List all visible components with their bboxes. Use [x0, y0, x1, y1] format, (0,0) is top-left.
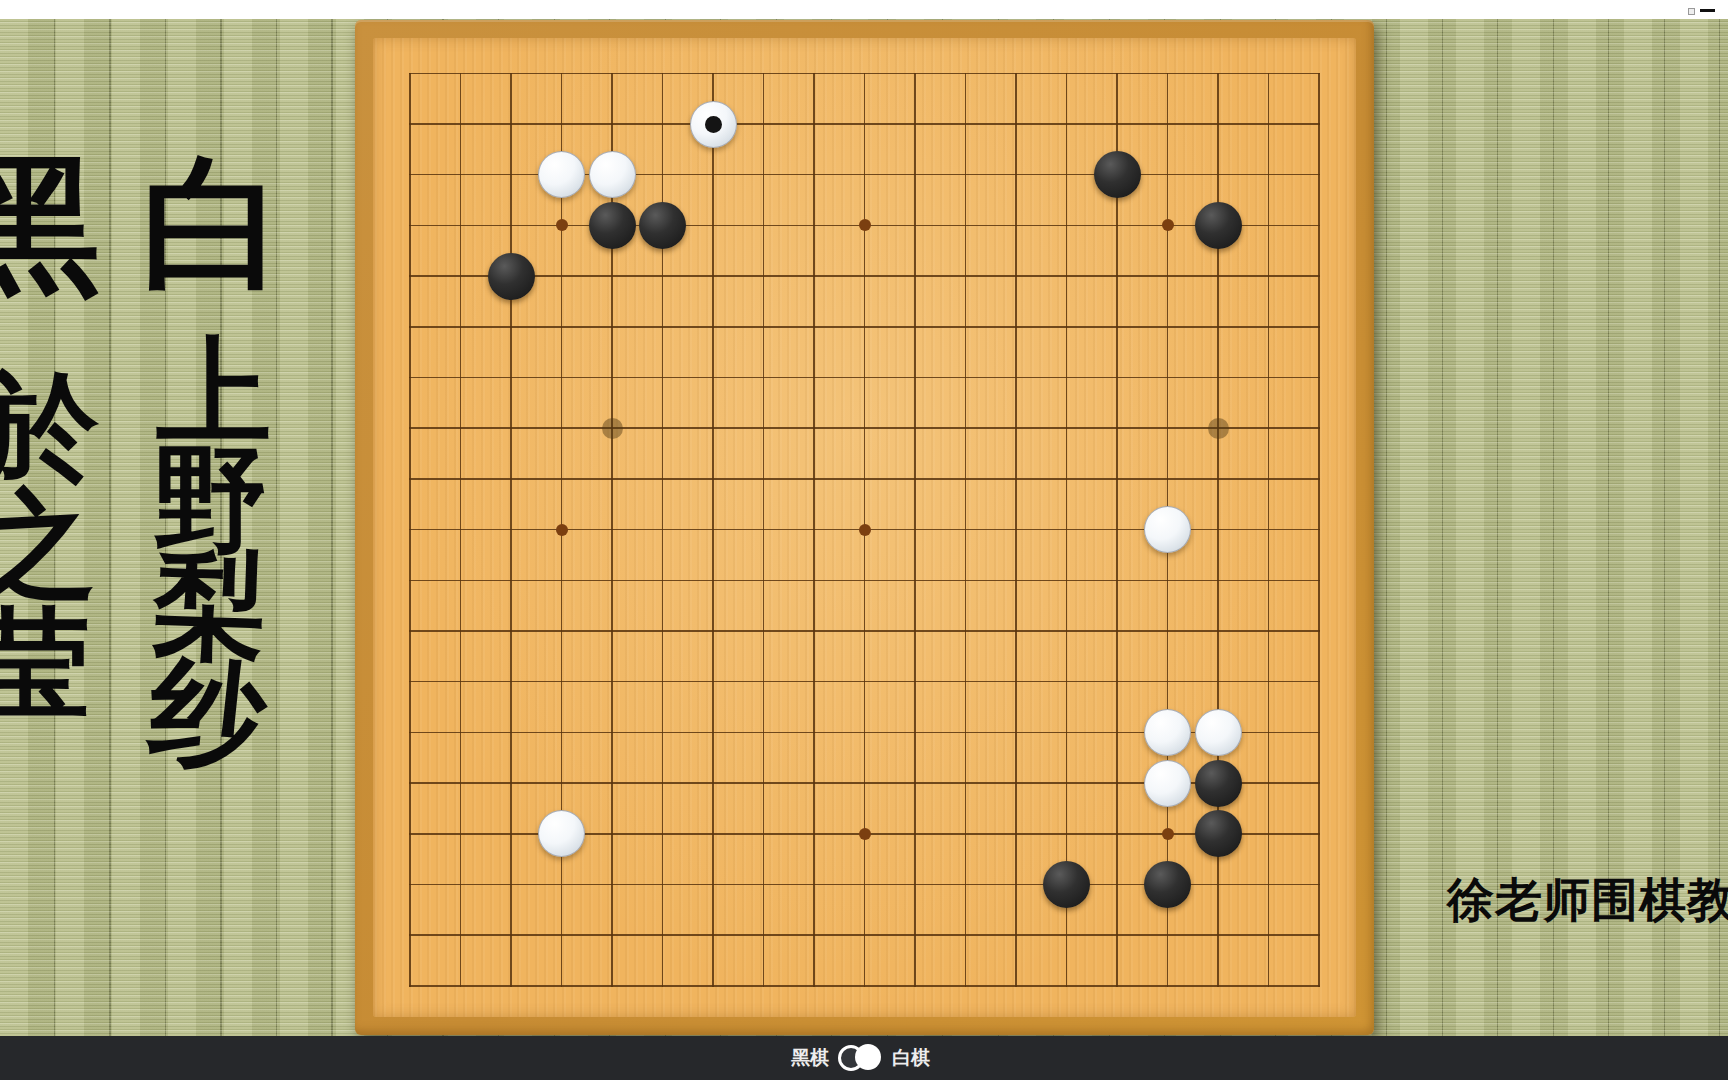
white-player-name-char: 上 — [156, 334, 271, 449]
ghost-marker — [602, 418, 623, 439]
stone-black — [1144, 861, 1191, 908]
stone-black — [1195, 202, 1242, 249]
stone-white — [1195, 709, 1242, 756]
stone-black — [589, 202, 636, 249]
star-point — [1162, 828, 1174, 840]
stone-black — [639, 202, 686, 249]
window-restore-icon[interactable] — [1688, 8, 1695, 15]
go-board-grid[interactable] — [373, 38, 1356, 1017]
black-color-label: 黑 — [0, 150, 100, 300]
stone-black — [488, 253, 535, 300]
stone-white — [1144, 709, 1191, 756]
grid-line — [409, 580, 1320, 582]
grid-line — [409, 73, 1320, 75]
grid-line — [409, 478, 1320, 480]
grid-line — [409, 630, 1320, 632]
window-minimize-icon[interactable] — [1700, 9, 1715, 12]
black-player-name-char: 之 — [0, 483, 97, 607]
stone-black — [1195, 760, 1242, 807]
grid-line — [409, 377, 1320, 379]
titlebar — [0, 0, 1728, 19]
black-player-name-char: 於 — [0, 368, 98, 486]
star-point — [859, 828, 871, 840]
studio-caption: 徐老师围棋教室 — [1447, 869, 1728, 932]
star-point — [1162, 219, 1174, 231]
go-board — [355, 20, 1374, 1035]
stone-white — [538, 810, 585, 857]
white-stone-toggle-icon[interactable] — [855, 1044, 881, 1070]
bottom-bar: 黑棋 白棋 — [0, 1036, 1728, 1080]
grid-line — [409, 326, 1320, 328]
last-move-marker — [705, 116, 722, 133]
stone-white — [589, 151, 636, 198]
stone-black — [1094, 151, 1141, 198]
black-toggle-label: 黑棋 — [791, 1036, 829, 1080]
star-point — [859, 219, 871, 231]
stone-white — [1144, 760, 1191, 807]
grid-line — [409, 123, 1320, 125]
stone-black — [1195, 810, 1242, 857]
white-color-label: 白 — [141, 152, 286, 297]
grid-line — [409, 681, 1320, 683]
black-player-name-char: 莹 — [0, 604, 90, 722]
star-point — [859, 524, 871, 536]
grid-line — [409, 985, 1320, 987]
grid-line — [409, 427, 1320, 429]
grid-line — [409, 275, 1320, 277]
stone-white — [1144, 506, 1191, 553]
grid-line — [409, 934, 1320, 936]
star-point — [556, 219, 568, 231]
stone-black — [1043, 861, 1090, 908]
stone-white — [538, 151, 585, 198]
star-point — [556, 524, 568, 536]
white-player-name-char: 纱 — [144, 650, 270, 776]
white-toggle-label: 白棋 — [892, 1036, 930, 1080]
ghost-marker — [1208, 418, 1229, 439]
